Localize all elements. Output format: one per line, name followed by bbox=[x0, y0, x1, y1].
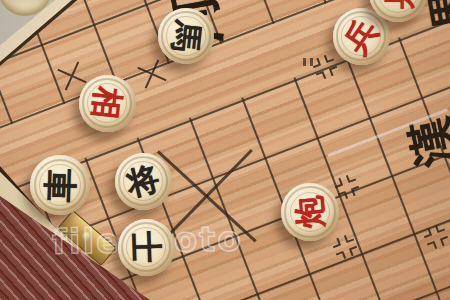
piece-elephant[interactable]: 相 bbox=[79, 75, 136, 132]
piece-chariot[interactable]: 車 bbox=[30, 155, 90, 215]
piece-general[interactable]: 将 bbox=[115, 153, 172, 210]
piece-character: 将 bbox=[124, 162, 163, 201]
grid-line-file bbox=[217, 0, 326, 4]
etched-mark bbox=[303, 58, 315, 66]
piece-character: 相 bbox=[89, 85, 124, 120]
piece-character: 士 bbox=[129, 230, 162, 263]
piece-character: 兵 bbox=[382, 0, 414, 9]
piece-character: 車 bbox=[42, 167, 77, 202]
river-label-jie: 界 bbox=[425, 0, 450, 33]
piece-horse[interactable]: 馬 bbox=[158, 8, 214, 64]
xiangqi-photo: 河 漢 界 filephoto 車将士馬相炮兵兵 bbox=[0, 0, 450, 300]
grid-line-file bbox=[0, 0, 65, 104]
piece-character: 兵 bbox=[339, 14, 384, 59]
piece-character: 馬 bbox=[169, 19, 203, 53]
grid-line-file bbox=[0, 0, 13, 124]
piece-character: 炮 bbox=[293, 195, 328, 230]
piece-advisor[interactable]: 士 bbox=[118, 219, 175, 276]
piece-cannon[interactable]: 炮 bbox=[281, 183, 339, 241]
